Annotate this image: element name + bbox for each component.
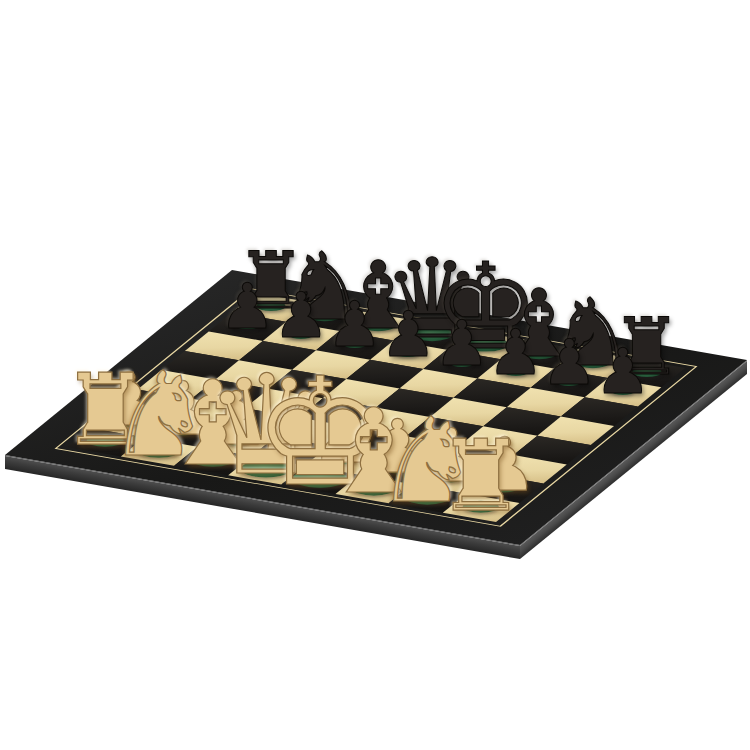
chess-board xyxy=(5,270,747,545)
chess-set-photo: ♜♞♝♛♚♝♞♜♟♟♟♟♟♟♟♟♟♟♟♟♟♟♟♟♜♞♝♛♚♝♞♜ xyxy=(0,0,750,750)
